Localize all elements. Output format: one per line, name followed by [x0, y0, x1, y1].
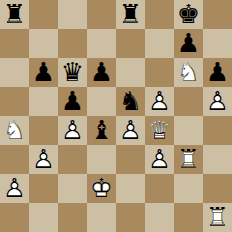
- knight-glyph-outline: ♘: [174, 58, 203, 87]
- piece-black-knight[interactable]: ♞: [116, 87, 145, 116]
- pawn-glyph-outline: ♙: [145, 145, 174, 174]
- square-d2[interactable]: ♚♔: [87, 174, 116, 203]
- piece-white-knight[interactable]: ♞♘: [174, 58, 203, 87]
- rook-glyph-outline: ♖: [203, 203, 232, 232]
- pawn-glyph: ♟: [29, 58, 58, 87]
- square-c7[interactable]: [58, 29, 87, 58]
- square-d4[interactable]: ♝: [87, 116, 116, 145]
- rook-glyph-outline: ♖: [174, 145, 203, 174]
- square-e4[interactable]: ♟♙: [116, 116, 145, 145]
- square-g7[interactable]: ♟: [174, 29, 203, 58]
- square-a7[interactable]: [0, 29, 29, 58]
- piece-black-pawn[interactable]: ♟: [174, 29, 203, 58]
- square-h5[interactable]: ♟♙: [203, 87, 232, 116]
- square-a2[interactable]: ♟♙: [0, 174, 29, 203]
- square-e3[interactable]: [116, 145, 145, 174]
- square-e6[interactable]: [116, 58, 145, 87]
- square-a1[interactable]: [0, 203, 29, 232]
- pawn-glyph-outline: ♙: [29, 145, 58, 174]
- square-c8[interactable]: [58, 0, 87, 29]
- square-g6[interactable]: ♞♘: [174, 58, 203, 87]
- piece-white-pawn[interactable]: ♟♙: [145, 145, 174, 174]
- square-f4[interactable]: ♛♕: [145, 116, 174, 145]
- square-a6[interactable]: [0, 58, 29, 87]
- pawn-glyph-outline: ♙: [116, 116, 145, 145]
- piece-white-king[interactable]: ♚♔: [87, 174, 116, 203]
- piece-black-pawn[interactable]: ♟: [203, 58, 232, 87]
- piece-black-king[interactable]: ♚: [174, 0, 203, 29]
- square-f7[interactable]: [145, 29, 174, 58]
- pawn-glyph-outline: ♙: [58, 116, 87, 145]
- square-a4[interactable]: ♞♘: [0, 116, 29, 145]
- square-e1[interactable]: [116, 203, 145, 232]
- square-e7[interactable]: [116, 29, 145, 58]
- square-h6[interactable]: ♟: [203, 58, 232, 87]
- square-f1[interactable]: [145, 203, 174, 232]
- square-d7[interactable]: [87, 29, 116, 58]
- rook-glyph: ♜: [116, 0, 145, 29]
- bishop-glyph: ♝: [87, 116, 116, 145]
- piece-black-rook[interactable]: ♜: [116, 0, 145, 29]
- queen-glyph: ♛: [58, 58, 87, 87]
- square-f8[interactable]: [145, 0, 174, 29]
- pawn-glyph-outline: ♙: [0, 174, 29, 203]
- piece-white-pawn[interactable]: ♟♙: [203, 87, 232, 116]
- square-h7[interactable]: [203, 29, 232, 58]
- chess-board-container: ♜♜♚♟♟♛♟♞♘♟♟♞♟♙♟♙♞♘♟♙♝♟♙♛♕♟♙♟♙♜♖♟♙♚♔♜♖: [0, 0, 232, 232]
- king-glyph-outline: ♔: [87, 174, 116, 203]
- square-f2[interactable]: [145, 174, 174, 203]
- square-h1[interactable]: ♜♖: [203, 203, 232, 232]
- square-b6[interactable]: ♟: [29, 58, 58, 87]
- pawn-glyph: ♟: [87, 58, 116, 87]
- square-a3[interactable]: [0, 145, 29, 174]
- square-c2[interactable]: [58, 174, 87, 203]
- knight-glyph-outline: ♘: [0, 116, 29, 145]
- square-d5[interactable]: [87, 87, 116, 116]
- piece-white-rook[interactable]: ♜♖: [203, 203, 232, 232]
- square-d8[interactable]: [87, 0, 116, 29]
- square-a5[interactable]: [0, 87, 29, 116]
- square-b3[interactable]: ♟♙: [29, 145, 58, 174]
- square-g5[interactable]: [174, 87, 203, 116]
- square-f3[interactable]: ♟♙: [145, 145, 174, 174]
- square-c3[interactable]: [58, 145, 87, 174]
- piece-black-rook[interactable]: ♜: [0, 0, 29, 29]
- piece-white-pawn[interactable]: ♟♙: [116, 116, 145, 145]
- square-b1[interactable]: [29, 203, 58, 232]
- pawn-glyph: ♟: [174, 29, 203, 58]
- piece-white-pawn[interactable]: ♟♙: [0, 174, 29, 203]
- pawn-glyph: ♟: [203, 58, 232, 87]
- square-h2[interactable]: [203, 174, 232, 203]
- pawn-glyph: ♟: [58, 87, 87, 116]
- square-g1[interactable]: [174, 203, 203, 232]
- piece-white-knight[interactable]: ♞♘: [0, 116, 29, 145]
- square-e2[interactable]: [116, 174, 145, 203]
- square-h8[interactable]: [203, 0, 232, 29]
- square-e8[interactable]: ♜: [116, 0, 145, 29]
- piece-white-rook[interactable]: ♜♖: [174, 145, 203, 174]
- square-g8[interactable]: ♚: [174, 0, 203, 29]
- queen-glyph-outline: ♕: [145, 116, 174, 145]
- square-e5[interactable]: ♞: [116, 87, 145, 116]
- piece-black-pawn[interactable]: ♟: [58, 87, 87, 116]
- square-c4[interactable]: ♟♙: [58, 116, 87, 145]
- square-b7[interactable]: [29, 29, 58, 58]
- piece-white-pawn[interactable]: ♟♙: [145, 87, 174, 116]
- square-g2[interactable]: [174, 174, 203, 203]
- king-glyph: ♚: [174, 0, 203, 29]
- square-a8[interactable]: ♜: [0, 0, 29, 29]
- square-c5[interactable]: ♟: [58, 87, 87, 116]
- square-f5[interactable]: ♟♙: [145, 87, 174, 116]
- piece-black-pawn[interactable]: ♟: [87, 58, 116, 87]
- piece-white-pawn[interactable]: ♟♙: [58, 116, 87, 145]
- piece-white-queen[interactable]: ♛♕: [145, 116, 174, 145]
- square-c6[interactable]: ♛: [58, 58, 87, 87]
- pawn-glyph-outline: ♙: [203, 87, 232, 116]
- square-h3[interactable]: [203, 145, 232, 174]
- square-b5[interactable]: [29, 87, 58, 116]
- piece-black-queen[interactable]: ♛: [58, 58, 87, 87]
- square-h4[interactable]: [203, 116, 232, 145]
- square-c1[interactable]: [58, 203, 87, 232]
- piece-white-pawn[interactable]: ♟♙: [29, 145, 58, 174]
- chess-board: ♜♜♚♟♟♛♟♞♘♟♟♞♟♙♟♙♞♘♟♙♝♟♙♛♕♟♙♟♙♜♖♟♙♚♔♜♖: [0, 0, 232, 232]
- square-g3[interactable]: ♜♖: [174, 145, 203, 174]
- square-d1[interactable]: [87, 203, 116, 232]
- knight-glyph: ♞: [116, 87, 145, 116]
- square-b8[interactable]: [29, 0, 58, 29]
- square-f6[interactable]: [145, 58, 174, 87]
- square-g4[interactable]: [174, 116, 203, 145]
- square-d3[interactable]: [87, 145, 116, 174]
- piece-black-pawn[interactable]: ♟: [29, 58, 58, 87]
- piece-black-bishop[interactable]: ♝: [87, 116, 116, 145]
- square-b4[interactable]: [29, 116, 58, 145]
- square-b2[interactable]: [29, 174, 58, 203]
- square-d6[interactable]: ♟: [87, 58, 116, 87]
- pawn-glyph-outline: ♙: [145, 87, 174, 116]
- rook-glyph: ♜: [0, 0, 29, 29]
